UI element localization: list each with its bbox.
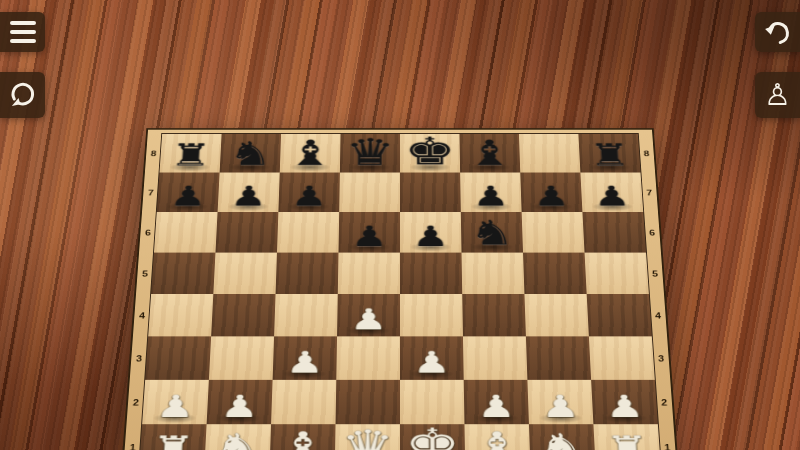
- square-d5[interactable]: [338, 253, 400, 294]
- square-c7[interactable]: ♟: [278, 173, 339, 213]
- square-a4[interactable]: [148, 294, 213, 336]
- undo-arrow-icon: [762, 16, 794, 48]
- square-f2[interactable]: ♟: [464, 380, 529, 424]
- player-button[interactable]: ♙: [755, 72, 800, 118]
- square-h3[interactable]: [589, 336, 655, 379]
- square-h8[interactable]: ♜: [578, 134, 640, 173]
- board-frame: 87654321 ♜♞♝♛♚♝♜♟♟♟♟♟♟♟♟♞♟♟♟♟♟♟♟♟♜♞♝♛♚♝♞…: [120, 128, 680, 450]
- black-pawn[interactable]: ♟: [291, 169, 327, 210]
- square-h4[interactable]: [587, 294, 652, 336]
- square-d2[interactable]: [336, 380, 400, 424]
- square-e4[interactable]: [400, 294, 463, 336]
- black-king[interactable]: ♚: [404, 113, 455, 170]
- board-perspective-container: 87654321 ♜♞♝♛♚♝♜♟♟♟♟♟♟♟♟♞♟♟♟♟♟♟♟♟♜♞♝♛♚♝♞…: [118, 14, 682, 450]
- square-f6[interactable]: ♞: [461, 212, 523, 252]
- square-b8[interactable]: ♞: [220, 134, 281, 173]
- square-g8[interactable]: [519, 134, 580, 173]
- black-pawn[interactable]: ♟: [230, 169, 266, 210]
- square-b2[interactable]: ♟: [207, 380, 273, 424]
- square-e2[interactable]: [400, 380, 464, 424]
- square-b3[interactable]: [209, 336, 274, 379]
- black-queen[interactable]: ♛: [345, 115, 395, 171]
- square-a2[interactable]: ♟: [142, 380, 209, 424]
- hamburger-menu-icon: [10, 21, 36, 43]
- square-e1[interactable]: ♚: [400, 424, 465, 450]
- black-rook[interactable]: ♜: [590, 125, 631, 171]
- square-g5[interactable]: [523, 253, 587, 294]
- black-pawn[interactable]: ♟: [595, 169, 631, 210]
- square-a7[interactable]: ♟: [157, 173, 220, 213]
- square-h7[interactable]: ♟: [580, 173, 643, 213]
- square-d8[interactable]: ♛: [340, 134, 400, 173]
- white-pawn[interactable]: ♟: [155, 379, 194, 422]
- white-pawn[interactable]: ♟: [350, 292, 388, 334]
- square-a5[interactable]: [151, 253, 215, 294]
- squares[interactable]: ♜♞♝♛♚♝♜♟♟♟♟♟♟♟♟♞♟♟♟♟♟♟♟♟♜♞♝♛♚♝♞♜: [139, 134, 661, 450]
- square-f8[interactable]: ♝: [459, 134, 520, 173]
- square-c4[interactable]: [274, 294, 338, 336]
- square-b7[interactable]: ♟: [218, 173, 280, 213]
- square-d7[interactable]: [339, 173, 400, 213]
- square-c2[interactable]: [271, 380, 336, 424]
- square-a8[interactable]: ♜: [159, 134, 221, 173]
- square-b6[interactable]: [215, 212, 278, 252]
- black-bishop[interactable]: ♝: [467, 118, 514, 170]
- square-f4[interactable]: [462, 294, 526, 336]
- menu-button[interactable]: [0, 12, 45, 52]
- black-rook[interactable]: ♜: [169, 125, 210, 171]
- square-b1[interactable]: ♞: [204, 424, 271, 450]
- black-pawn[interactable]: ♟: [534, 169, 570, 210]
- square-a1[interactable]: ♜: [139, 424, 207, 450]
- square-g6[interactable]: [522, 212, 585, 252]
- black-knight[interactable]: ♞: [228, 121, 272, 170]
- square-f5[interactable]: [462, 253, 525, 294]
- black-pawn[interactable]: ♟: [351, 209, 388, 250]
- undo-button[interactable]: [755, 12, 800, 52]
- square-h6[interactable]: [582, 212, 646, 252]
- square-g1[interactable]: ♞: [529, 424, 596, 450]
- rank-label-2: 2: [655, 380, 674, 424]
- square-d1[interactable]: ♛: [335, 424, 400, 450]
- white-pawn[interactable]: ♟: [285, 335, 323, 377]
- rank-label-8: 8: [638, 134, 655, 173]
- square-e3[interactable]: ♟: [400, 336, 464, 379]
- rank-label-6: 6: [643, 212, 661, 252]
- white-pawn[interactable]: ♟: [413, 335, 451, 377]
- black-pawn[interactable]: ♟: [473, 169, 509, 210]
- square-h5[interactable]: [585, 253, 649, 294]
- square-c3[interactable]: ♟: [273, 336, 337, 379]
- square-e8[interactable]: ♚: [400, 134, 460, 173]
- white-pawn[interactable]: ♟: [606, 379, 645, 422]
- rank-label-7: 7: [641, 173, 658, 213]
- square-e6[interactable]: ♟: [400, 212, 462, 252]
- rank-label-1: 1: [658, 424, 677, 450]
- square-c1[interactable]: ♝: [269, 424, 335, 450]
- square-h2[interactable]: ♟: [591, 380, 658, 424]
- white-pawn[interactable]: ♟: [477, 379, 516, 422]
- black-pawn[interactable]: ♟: [169, 169, 205, 210]
- rank-label-3: 3: [652, 336, 670, 379]
- square-b4[interactable]: [211, 294, 275, 336]
- chess-board: 87654321 ♜♞♝♛♚♝♜♟♟♟♟♟♟♟♟♞♟♟♟♟♟♟♟♟♜♞♝♛♚♝♞…: [118, 128, 682, 450]
- square-f1[interactable]: ♝: [464, 424, 530, 450]
- rotate-board-button[interactable]: [0, 72, 45, 118]
- black-bishop[interactable]: ♝: [287, 118, 334, 170]
- square-b5[interactable]: [213, 253, 277, 294]
- square-g4[interactable]: [524, 294, 588, 336]
- square-g3[interactable]: [526, 336, 591, 379]
- square-f7[interactable]: ♟: [460, 173, 521, 213]
- rank-label-5: 5: [646, 253, 664, 294]
- square-f3[interactable]: [463, 336, 527, 379]
- black-pawn[interactable]: ♟: [412, 209, 449, 250]
- square-d3[interactable]: [336, 336, 400, 379]
- square-d4[interactable]: ♟: [337, 294, 400, 336]
- square-g2[interactable]: ♟: [527, 380, 593, 424]
- square-e7[interactable]: [400, 173, 461, 213]
- square-e5[interactable]: [400, 253, 462, 294]
- white-pawn[interactable]: ♟: [542, 379, 581, 422]
- rank-label-4: 4: [649, 294, 667, 336]
- white-pawn[interactable]: ♟: [220, 379, 259, 422]
- square-d6[interactable]: ♟: [338, 212, 400, 252]
- square-a3[interactable]: [145, 336, 211, 379]
- rotate-icon: [7, 79, 39, 111]
- square-c8[interactable]: ♝: [280, 134, 341, 173]
- square-c6[interactable]: [277, 212, 339, 252]
- square-g7[interactable]: ♟: [520, 173, 582, 213]
- square-c5[interactable]: [276, 253, 339, 294]
- square-a6[interactable]: [154, 212, 218, 252]
- pawn-icon: ♙: [764, 80, 791, 110]
- square-h1[interactable]: ♜: [593, 424, 661, 450]
- rank-label-1: 1: [123, 424, 142, 450]
